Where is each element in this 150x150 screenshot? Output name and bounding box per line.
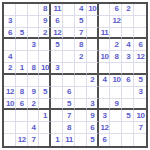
cell-r9c5[interactable] xyxy=(51,99,63,111)
cell-value: 3 xyxy=(102,112,107,120)
cell-r2c11[interactable] xyxy=(122,16,134,28)
cell-value: 12 xyxy=(100,124,109,132)
cell-r2c4[interactable]: 9 xyxy=(39,16,51,28)
cell-r9c3[interactable]: 2 xyxy=(28,99,40,111)
cell-r3c2[interactable]: 5 xyxy=(16,28,28,40)
cell-r2c8[interactable] xyxy=(87,16,99,28)
cell-r1c2[interactable] xyxy=(16,4,28,16)
cell-r11c2[interactable] xyxy=(16,122,28,134)
cell-value: 4 xyxy=(7,53,12,61)
cell-value: 10 xyxy=(5,100,14,108)
cell-value: 5 xyxy=(42,88,47,96)
cell-r3c6[interactable] xyxy=(63,28,75,40)
cell-value: 6 xyxy=(89,124,94,132)
cell-r11c1[interactable] xyxy=(4,122,16,134)
cell-value: 2 xyxy=(78,53,83,61)
cell-value: 6 xyxy=(54,17,59,25)
cell-r2c7[interactable]: 5 xyxy=(75,16,87,28)
cell-r11c7[interactable] xyxy=(75,122,87,134)
cell-r1c7[interactable]: 4 xyxy=(75,4,87,16)
cell-r4c6[interactable] xyxy=(63,39,75,51)
cell-value: 5 xyxy=(78,17,83,25)
cell-r10c11[interactable]: 5 xyxy=(122,110,134,122)
cell-r12c12[interactable] xyxy=(134,134,146,146)
cell-r8c6[interactable]: 6 xyxy=(63,87,75,99)
cell-r7c7[interactable] xyxy=(75,75,87,87)
cell-r4c1[interactable] xyxy=(4,39,16,51)
cell-value: 4 xyxy=(125,41,130,49)
cell-r9c1[interactable]: 10 xyxy=(4,99,16,111)
cell-r8c7[interactable] xyxy=(75,87,87,99)
cell-r4c4[interactable] xyxy=(39,39,51,51)
cell-value: 4 xyxy=(78,5,83,13)
cell-r5c7[interactable]: 2 xyxy=(75,51,87,63)
cell-r7c8[interactable]: 2 xyxy=(87,75,99,87)
cell-r8c1[interactable]: 12 xyxy=(4,87,16,99)
cell-r5c3[interactable] xyxy=(28,51,40,63)
cell-value: 11 xyxy=(64,136,72,144)
cell-r8c4[interactable]: 5 xyxy=(39,87,51,99)
cell-value: 4 xyxy=(102,76,107,84)
cell-r8c11[interactable] xyxy=(122,87,134,99)
cell-r7c6[interactable] xyxy=(63,75,75,87)
cell-value: 11 xyxy=(53,5,61,13)
cell-r3c7[interactable]: 7 xyxy=(75,28,87,40)
cell-r6c7[interactable] xyxy=(75,63,87,75)
cell-r1c12[interactable] xyxy=(134,4,146,16)
cell-r2c5[interactable]: 6 xyxy=(51,16,63,28)
cell-r1c3[interactable] xyxy=(28,4,40,16)
cell-r11c6[interactable]: 8 xyxy=(63,122,75,134)
cell-value: 12 xyxy=(5,88,14,96)
cell-value: 6 xyxy=(66,88,71,96)
cell-r1c10[interactable]: 6 xyxy=(110,4,122,16)
cell-value: 5 xyxy=(125,112,130,120)
cell-r5c4[interactable] xyxy=(39,51,51,63)
cell-r11c9[interactable]: 12 xyxy=(99,122,111,134)
cell-value: 3 xyxy=(125,53,130,61)
cell-r3c10[interactable] xyxy=(110,28,122,40)
cell-r5c9[interactable]: 10 xyxy=(99,51,111,63)
cell-r5c12[interactable]: 12 xyxy=(134,51,146,63)
cell-r6c9[interactable] xyxy=(99,63,111,75)
cell-value: 8 xyxy=(78,41,83,49)
cell-value: 9 xyxy=(42,17,47,25)
cell-r11c3[interactable]: 4 xyxy=(28,122,40,134)
cell-r11c4[interactable] xyxy=(39,122,51,134)
cell-r9c7[interactable] xyxy=(75,99,87,111)
cell-value: 5 xyxy=(138,76,143,84)
cell-r4c3[interactable]: 3 xyxy=(28,39,40,51)
cell-value: 5 xyxy=(66,100,71,108)
cell-r12c1[interactable] xyxy=(4,134,16,146)
cell-value: 6 xyxy=(19,100,24,108)
cell-r11c10[interactable] xyxy=(110,122,122,134)
cell-value: 5 xyxy=(19,29,24,37)
cell-value: 10 xyxy=(87,5,96,13)
cell-r6c10[interactable] xyxy=(110,63,122,75)
cell-value: 7 xyxy=(66,112,71,120)
cell-r8c5[interactable] xyxy=(51,87,63,99)
sudoku-board: 8114106239651265212711358246421083122181… xyxy=(2,2,148,148)
cell-r12c11[interactable] xyxy=(122,134,134,146)
cell-value: 3 xyxy=(138,88,143,96)
cell-r2c6[interactable] xyxy=(63,16,75,28)
cell-r8c10[interactable] xyxy=(110,87,122,99)
cell-r3c5[interactable]: 12 xyxy=(51,28,63,40)
cell-value: 3 xyxy=(31,41,36,49)
cell-value: 7 xyxy=(138,124,143,132)
cell-value: 2 xyxy=(31,100,36,108)
cell-value: 3 xyxy=(54,64,59,72)
cell-r3c4[interactable]: 2 xyxy=(39,28,51,40)
cell-r10c6[interactable]: 7 xyxy=(63,110,75,122)
cell-r4c10[interactable]: 2 xyxy=(110,39,122,51)
cell-r5c10[interactable]: 8 xyxy=(110,51,122,63)
cell-r6c2[interactable]: 1 xyxy=(16,63,28,75)
cell-value: 1 xyxy=(19,64,24,72)
cell-r4c9[interactable] xyxy=(99,39,111,51)
cell-r7c2[interactable] xyxy=(16,75,28,87)
cell-r1c1[interactable] xyxy=(4,4,16,16)
cell-r7c10[interactable]: 10 xyxy=(110,75,122,87)
cell-r9c8[interactable]: 3 xyxy=(87,99,99,111)
cell-r1c6[interactable] xyxy=(63,4,75,16)
cell-value: 12 xyxy=(17,136,26,144)
cell-r6c4[interactable]: 10 xyxy=(39,63,51,75)
cell-r11c5[interactable] xyxy=(51,122,63,134)
cell-value: 6 xyxy=(113,5,118,13)
cell-r10c12[interactable]: 10 xyxy=(134,110,146,122)
cell-value: 8 xyxy=(19,88,24,96)
cell-r4c11[interactable]: 4 xyxy=(122,39,134,51)
cell-value: 8 xyxy=(113,53,118,61)
cell-value: 6 xyxy=(138,41,143,49)
cell-r5c6[interactable] xyxy=(63,51,75,63)
cell-value: 1 xyxy=(42,112,47,120)
cell-r8c12[interactable]: 3 xyxy=(134,87,146,99)
cell-value: 12 xyxy=(111,17,120,25)
cell-r3c11[interactable] xyxy=(122,28,134,40)
cell-value: 9 xyxy=(113,100,118,108)
cell-value: 6 xyxy=(102,136,107,144)
cell-r1c11[interactable]: 2 xyxy=(122,4,134,16)
cell-value: 1 xyxy=(54,136,59,144)
cell-r9c2[interactable]: 6 xyxy=(16,99,28,111)
cell-r7c1[interactable] xyxy=(4,75,16,87)
cell-r10c2[interactable] xyxy=(16,110,28,122)
cell-r11c12[interactable]: 7 xyxy=(134,122,146,134)
cell-r3c1[interactable]: 6 xyxy=(4,28,16,40)
cell-r6c3[interactable]: 8 xyxy=(28,63,40,75)
cell-r6c8[interactable] xyxy=(87,63,99,75)
cell-r12c2[interactable]: 12 xyxy=(16,134,28,146)
cell-r6c12[interactable] xyxy=(134,63,146,75)
cell-r8c3[interactable]: 9 xyxy=(28,87,40,99)
cell-r7c4[interactable] xyxy=(39,75,51,87)
cell-r2c2[interactable] xyxy=(16,16,28,28)
cell-r5c8[interactable] xyxy=(87,51,99,63)
cell-r7c5[interactable] xyxy=(51,75,63,87)
cell-r4c7[interactable]: 8 xyxy=(75,39,87,51)
cell-r4c2[interactable] xyxy=(16,39,28,51)
cell-value: 2 xyxy=(42,29,47,37)
cell-r4c8[interactable] xyxy=(87,39,99,51)
cell-r9c12[interactable] xyxy=(134,99,146,111)
cell-r10c3[interactable] xyxy=(28,110,40,122)
cell-r5c1[interactable]: 4 xyxy=(4,51,16,63)
cell-value: 9 xyxy=(89,112,94,120)
cell-r12c6[interactable]: 11 xyxy=(63,134,75,146)
cell-value: 10 xyxy=(136,112,145,120)
cell-r9c11[interactable] xyxy=(122,99,134,111)
cell-value: 4 xyxy=(31,124,36,132)
cell-r12c5[interactable]: 1 xyxy=(51,134,63,146)
cell-value: 12 xyxy=(136,53,145,61)
cell-value: 2 xyxy=(7,64,12,72)
cell-r11c8[interactable]: 6 xyxy=(87,122,99,134)
cell-r3c3[interactable] xyxy=(28,28,40,40)
cell-r12c8[interactable]: 5 xyxy=(87,134,99,146)
cell-r6c6[interactable] xyxy=(63,63,75,75)
cell-r4c5[interactable]: 5 xyxy=(51,39,63,51)
cell-value: 8 xyxy=(66,124,71,132)
cell-r2c12[interactable] xyxy=(134,16,146,28)
cell-r10c7[interactable] xyxy=(75,110,87,122)
cell-r7c12[interactable]: 5 xyxy=(134,75,146,87)
cell-value: 5 xyxy=(89,136,94,144)
cell-r2c1[interactable]: 3 xyxy=(4,16,16,28)
cell-r1c5[interactable]: 11 xyxy=(51,4,63,16)
cell-value: 6 xyxy=(7,29,12,37)
cell-r2c10[interactable]: 12 xyxy=(110,16,122,28)
cell-r6c1[interactable]: 2 xyxy=(4,63,16,75)
cell-r1c4[interactable]: 8 xyxy=(39,4,51,16)
cell-r7c9[interactable]: 4 xyxy=(99,75,111,87)
cell-r10c1[interactable] xyxy=(4,110,16,122)
cell-r10c4[interactable]: 1 xyxy=(39,110,51,122)
cell-r10c10[interactable] xyxy=(110,110,122,122)
cell-r12c7[interactable] xyxy=(75,134,87,146)
cell-r9c10[interactable]: 9 xyxy=(110,99,122,111)
cell-r4c12[interactable]: 6 xyxy=(134,39,146,51)
cell-r6c5[interactable]: 3 xyxy=(51,63,63,75)
cell-r8c2[interactable]: 8 xyxy=(16,87,28,99)
cell-r9c9[interactable] xyxy=(99,99,111,111)
cell-r3c9[interactable]: 11 xyxy=(99,28,111,40)
cell-r12c3[interactable]: 7 xyxy=(28,134,40,146)
cell-value: 2 xyxy=(125,5,130,13)
cell-value: 2 xyxy=(89,76,94,84)
sudoku-app: 8114106239651265212711358246421083122181… xyxy=(0,0,150,150)
cell-r12c9[interactable]: 6 xyxy=(99,134,111,146)
cell-value: 11 xyxy=(100,29,108,37)
cell-r8c8[interactable] xyxy=(87,87,99,99)
cell-r9c6[interactable]: 5 xyxy=(63,99,75,111)
cell-r5c5[interactable] xyxy=(51,51,63,63)
cell-r1c9[interactable] xyxy=(99,4,111,16)
cell-r3c12[interactable] xyxy=(134,28,146,40)
cell-r12c10[interactable] xyxy=(110,134,122,146)
cell-r8c9[interactable] xyxy=(99,87,111,99)
cell-r11c11[interactable] xyxy=(122,122,134,134)
cell-r2c9[interactable] xyxy=(99,16,111,28)
cell-value: 9 xyxy=(31,88,36,96)
cell-value: 12 xyxy=(52,29,61,37)
cell-r12c4[interactable] xyxy=(39,134,51,146)
cell-r10c5[interactable] xyxy=(51,110,63,122)
cell-value: 10 xyxy=(111,76,120,84)
cell-value: 2 xyxy=(113,41,118,49)
cell-value: 6 xyxy=(125,76,130,84)
cell-r10c9[interactable]: 3 xyxy=(99,110,111,122)
cell-value: 3 xyxy=(89,100,94,108)
cell-value: 8 xyxy=(31,64,36,72)
cell-value: 8 xyxy=(42,5,47,13)
cell-value: 3 xyxy=(7,17,12,25)
cell-r7c11[interactable]: 6 xyxy=(122,75,134,87)
cell-value: 7 xyxy=(78,29,83,37)
cell-r7c3[interactable] xyxy=(28,75,40,87)
cell-value: 5 xyxy=(54,41,59,49)
cell-r5c2[interactable] xyxy=(16,51,28,63)
cell-value: 10 xyxy=(100,53,109,61)
cell-r3c8[interactable] xyxy=(87,28,99,40)
cell-r2c3[interactable] xyxy=(28,16,40,28)
cell-value: 7 xyxy=(31,136,36,144)
cell-r10c8[interactable]: 9 xyxy=(87,110,99,122)
cell-r5c11[interactable]: 3 xyxy=(122,51,134,63)
cell-r6c11[interactable] xyxy=(122,63,134,75)
cell-r1c8[interactable]: 10 xyxy=(87,4,99,16)
cell-r9c4[interactable] xyxy=(39,99,51,111)
cell-value: 10 xyxy=(40,64,49,72)
